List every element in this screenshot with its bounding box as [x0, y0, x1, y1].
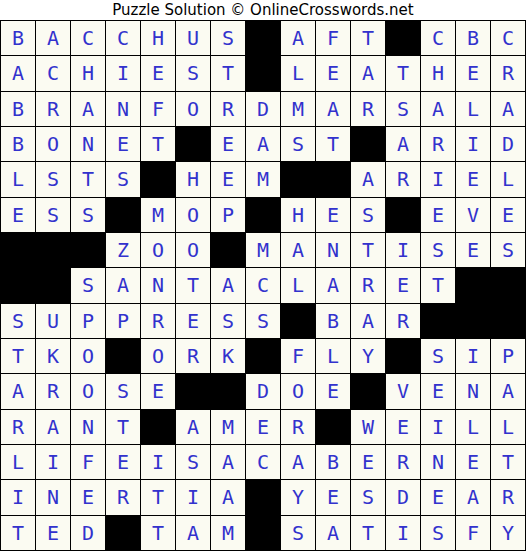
letter-cell-r2c2: C [36, 56, 70, 90]
block-cell-r9c9 [281, 304, 315, 338]
letter-cell-r1c6: U [176, 21, 210, 55]
letter-cell-r8c9: L [281, 268, 315, 302]
letter-cell-r6c6: O [176, 198, 210, 232]
letter-cell-r10c3: O [71, 339, 105, 373]
letter-cell-r2c14: E [456, 56, 490, 90]
letter-cell-r1c9: A [281, 21, 315, 55]
letter-cell-r11c8: D [246, 374, 280, 408]
block-cell-r7c1 [1, 233, 35, 267]
letter-cell-r12c3: N [71, 410, 105, 444]
letter-cell-r2c11: A [351, 56, 385, 90]
letter-cell-r14c14: A [456, 480, 490, 514]
letter-cell-r11c15: A [491, 374, 525, 408]
letter-cell-r6c14: V [456, 198, 490, 232]
letter-cell-r4c3: N [71, 127, 105, 161]
letter-cell-r12c7: M [211, 410, 245, 444]
letter-cell-r13c4: E [106, 445, 140, 479]
letter-cell-r12c6: A [176, 410, 210, 444]
letter-cell-r13c12: R [386, 445, 420, 479]
letter-cell-r2c13: H [421, 56, 455, 90]
letter-cell-r13c14: E [456, 445, 490, 479]
letter-cell-r14c12: D [386, 480, 420, 514]
letter-cell-r7c11: T [351, 233, 385, 267]
letter-cell-r10c11: Y [351, 339, 385, 373]
letter-cell-r9c10: B [316, 304, 350, 338]
letter-cell-r13c2: I [36, 445, 70, 479]
letter-cell-r14c11: S [351, 480, 385, 514]
letter-cell-r9c12: R [386, 304, 420, 338]
letter-cell-r7c14: E [456, 233, 490, 267]
letter-cell-r14c2: N [36, 480, 70, 514]
letter-cell-r3c9: M [281, 92, 315, 126]
puzzle-solution-page: Puzzle Solution © OnlineCrosswords.net B… [0, 0, 526, 551]
block-cell-r2c8 [246, 56, 280, 90]
letter-cell-r12c8: E [246, 410, 280, 444]
block-cell-r1c8 [246, 21, 280, 55]
letter-cell-r15c2: E [36, 516, 70, 550]
letter-cell-r9c6: E [176, 304, 210, 338]
letter-cell-r14c13: E [421, 480, 455, 514]
letter-cell-r7c15: S [491, 233, 525, 267]
letter-cell-r15c12: I [386, 516, 420, 550]
letter-cell-r4c10: T [316, 127, 350, 161]
letter-cell-r9c1: S [1, 304, 35, 338]
letter-cell-r1c10: F [316, 21, 350, 55]
letter-cell-r12c13: I [421, 410, 455, 444]
letter-cell-r10c6: R [176, 339, 210, 373]
letter-cell-r6c2: S [36, 198, 70, 232]
letter-cell-r3c2: R [36, 92, 70, 126]
letter-cell-r8c13: T [421, 268, 455, 302]
letter-cell-r12c2: A [36, 410, 70, 444]
letter-cell-r5c3: T [71, 162, 105, 196]
letter-cell-r2c7: T [211, 56, 245, 90]
block-cell-r15c4 [106, 516, 140, 550]
letter-cell-r4c5: T [141, 127, 175, 161]
letter-cell-r6c13: E [421, 198, 455, 232]
letter-cell-r15c3: D [71, 516, 105, 550]
letter-cell-r2c3: H [71, 56, 105, 90]
block-cell-r10c12 [386, 339, 420, 373]
letter-cell-r4c4: E [106, 127, 140, 161]
letter-cell-r14c6: I [176, 480, 210, 514]
letter-cell-r6c7: P [211, 198, 245, 232]
letter-cell-r7c13: S [421, 233, 455, 267]
letter-cell-r6c11: S [351, 198, 385, 232]
block-cell-r11c7 [211, 374, 245, 408]
letter-cell-r8c12: E [386, 268, 420, 302]
letter-cell-r13c3: F [71, 445, 105, 479]
letter-cell-r8c6: T [176, 268, 210, 302]
letter-cell-r9c5: R [141, 304, 175, 338]
letter-cell-r15c10: A [316, 516, 350, 550]
block-cell-r8c1 [1, 268, 35, 302]
block-cell-r5c10 [316, 162, 350, 196]
block-cell-r8c14 [456, 268, 490, 302]
letter-cell-r11c12: V [386, 374, 420, 408]
letter-cell-r14c15: R [491, 480, 525, 514]
letter-cell-r3c15: A [491, 92, 525, 126]
letter-cell-r14c10: E [316, 480, 350, 514]
letter-cell-r12c9: R [281, 410, 315, 444]
letter-cell-r7c12: I [386, 233, 420, 267]
block-cell-r9c15 [491, 304, 525, 338]
letter-cell-r7c5: O [141, 233, 175, 267]
letter-cell-r12c15: L [491, 410, 525, 444]
letter-cell-r5c6: H [176, 162, 210, 196]
letter-cell-r10c10: L [316, 339, 350, 373]
letter-cell-r12c12: E [386, 410, 420, 444]
letter-cell-r2c4: I [106, 56, 140, 90]
letter-cell-r10c5: O [141, 339, 175, 373]
block-cell-r10c8 [246, 339, 280, 373]
letter-cell-r1c11: T [351, 21, 385, 55]
letter-cell-r3c4: N [106, 92, 140, 126]
letter-cell-r1c2: A [36, 21, 70, 55]
letter-cell-r3c14: L [456, 92, 490, 126]
block-cell-r12c5 [141, 410, 175, 444]
letter-cell-r12c14: L [456, 410, 490, 444]
letter-cell-r3c1: B [1, 92, 35, 126]
letter-cell-r3c10: A [316, 92, 350, 126]
letter-cell-r8c10: A [316, 268, 350, 302]
letter-cell-r6c3: S [71, 198, 105, 232]
letter-cell-r11c14: N [456, 374, 490, 408]
letter-cell-r1c14: B [456, 21, 490, 55]
block-cell-r8c15 [491, 268, 525, 302]
letter-cell-r3c5: F [141, 92, 175, 126]
letter-cell-r9c11: A [351, 304, 385, 338]
letter-cell-r13c15: T [491, 445, 525, 479]
letter-cell-r11c4: S [106, 374, 140, 408]
page-title: Puzzle Solution © OnlineCrosswords.net [0, 0, 526, 20]
letter-cell-r13c6: S [176, 445, 210, 479]
letter-cell-r15c13: S [421, 516, 455, 550]
letter-cell-r4c9: S [281, 127, 315, 161]
letter-cell-r3c13: A [421, 92, 455, 126]
letter-cell-r6c10: E [316, 198, 350, 232]
letter-cell-r5c7: E [211, 162, 245, 196]
block-cell-r6c12 [386, 198, 420, 232]
block-cell-r11c6 [176, 374, 210, 408]
letter-cell-r5c12: R [386, 162, 420, 196]
letter-cell-r11c1: A [1, 374, 35, 408]
letter-cell-r11c3: O [71, 374, 105, 408]
block-cell-r9c13 [421, 304, 455, 338]
letter-cell-r15c6: A [176, 516, 210, 550]
letter-cell-r15c7: M [211, 516, 245, 550]
block-cell-r6c8 [246, 198, 280, 232]
letter-cell-r4c1: B [1, 127, 35, 161]
letter-cell-r1c7: S [211, 21, 245, 55]
letter-cell-r3c3: A [71, 92, 105, 126]
letter-cell-r5c4: S [106, 162, 140, 196]
block-cell-r14c8 [246, 480, 280, 514]
letter-cell-r4c8: A [246, 127, 280, 161]
letter-cell-r10c14: I [456, 339, 490, 373]
letter-cell-r10c15: P [491, 339, 525, 373]
letter-cell-r4c7: E [211, 127, 245, 161]
letter-cell-r4c14: I [456, 127, 490, 161]
letter-cell-r14c9: Y [281, 480, 315, 514]
letter-cell-r13c7: A [211, 445, 245, 479]
letter-cell-r15c5: T [141, 516, 175, 550]
letter-cell-r1c3: C [71, 21, 105, 55]
letter-cell-r10c2: K [36, 339, 70, 373]
letter-cell-r14c4: R [106, 480, 140, 514]
letter-cell-r2c15: R [491, 56, 525, 90]
block-cell-r12c10 [316, 410, 350, 444]
letter-cell-r11c13: E [421, 374, 455, 408]
letter-cell-r9c7: S [211, 304, 245, 338]
letter-cell-r9c2: U [36, 304, 70, 338]
letter-cell-r15c15: Y [491, 516, 525, 550]
crossword-grid: BACCHUSAFTCBCACHIESTLEATHERBRANFORDMARSA… [0, 20, 526, 551]
block-cell-r5c9 [281, 162, 315, 196]
block-cell-r7c3 [71, 233, 105, 267]
block-cell-r6c4 [106, 198, 140, 232]
letter-cell-r15c9: S [281, 516, 315, 550]
letter-cell-r3c7: R [211, 92, 245, 126]
letter-cell-r11c9: O [281, 374, 315, 408]
letter-cell-r2c12: T [386, 56, 420, 90]
letter-cell-r14c5: T [141, 480, 175, 514]
letter-cell-r6c1: E [1, 198, 35, 232]
block-cell-r4c6 [176, 127, 210, 161]
block-cell-r11c11 [351, 374, 385, 408]
letter-cell-r11c2: R [36, 374, 70, 408]
letter-cell-r5c13: I [421, 162, 455, 196]
letter-cell-r13c13: N [421, 445, 455, 479]
letter-cell-r2c10: E [316, 56, 350, 90]
block-cell-r7c2 [36, 233, 70, 267]
letter-cell-r3c6: O [176, 92, 210, 126]
letter-cell-r13c8: C [246, 445, 280, 479]
letter-cell-r14c7: A [211, 480, 245, 514]
block-cell-r5c5 [141, 162, 175, 196]
letter-cell-r1c5: H [141, 21, 175, 55]
letter-cell-r5c1: L [1, 162, 35, 196]
block-cell-r10c4 [106, 339, 140, 373]
letter-cell-r12c11: W [351, 410, 385, 444]
letter-cell-r15c11: T [351, 516, 385, 550]
letter-cell-r8c5: N [141, 268, 175, 302]
letter-cell-r3c11: R [351, 92, 385, 126]
letter-cell-r7c8: M [246, 233, 280, 267]
letter-cell-r13c1: L [1, 445, 35, 479]
letter-cell-r10c7: K [211, 339, 245, 373]
letter-cell-r15c1: T [1, 516, 35, 550]
letter-cell-r2c1: A [1, 56, 35, 90]
letter-cell-r15c14: F [456, 516, 490, 550]
letter-cell-r13c11: E [351, 445, 385, 479]
letter-cell-r2c9: L [281, 56, 315, 90]
letter-cell-r7c10: N [316, 233, 350, 267]
letter-cell-r2c6: S [176, 56, 210, 90]
block-cell-r15c8 [246, 516, 280, 550]
letter-cell-r8c7: A [211, 268, 245, 302]
block-cell-r9c14 [456, 304, 490, 338]
letter-cell-r12c1: R [1, 410, 35, 444]
letter-cell-r3c8: D [246, 92, 280, 126]
letter-cell-r6c15: E [491, 198, 525, 232]
block-cell-r7c7 [211, 233, 245, 267]
letter-cell-r13c10: B [316, 445, 350, 479]
letter-cell-r9c8: S [246, 304, 280, 338]
letter-cell-r8c3: S [71, 268, 105, 302]
letter-cell-r5c11: A [351, 162, 385, 196]
letter-cell-r12c4: T [106, 410, 140, 444]
letter-cell-r5c2: S [36, 162, 70, 196]
letter-cell-r3c12: S [386, 92, 420, 126]
letter-cell-r13c9: A [281, 445, 315, 479]
letter-cell-r11c5: E [141, 374, 175, 408]
letter-cell-r8c8: C [246, 268, 280, 302]
letter-cell-r10c1: T [1, 339, 35, 373]
letter-cell-r1c15: C [491, 21, 525, 55]
letter-cell-r5c15: L [491, 162, 525, 196]
block-cell-r4c11 [351, 127, 385, 161]
letter-cell-r6c5: M [141, 198, 175, 232]
letter-cell-r6c9: H [281, 198, 315, 232]
letter-cell-r1c1: B [1, 21, 35, 55]
letter-cell-r4c13: R [421, 127, 455, 161]
letter-cell-r1c4: C [106, 21, 140, 55]
letter-cell-r4c15: D [491, 127, 525, 161]
letter-cell-r10c13: S [421, 339, 455, 373]
letter-cell-r7c9: A [281, 233, 315, 267]
letter-cell-r2c5: E [141, 56, 175, 90]
letter-cell-r8c11: R [351, 268, 385, 302]
letter-cell-r10c9: F [281, 339, 315, 373]
letter-cell-r7c4: Z [106, 233, 140, 267]
letter-cell-r14c3: E [71, 480, 105, 514]
letter-cell-r5c8: M [246, 162, 280, 196]
letter-cell-r11c10: E [316, 374, 350, 408]
letter-cell-r8c4: A [106, 268, 140, 302]
letter-cell-r4c2: O [36, 127, 70, 161]
letter-cell-r1c13: C [421, 21, 455, 55]
letter-cell-r4c12: A [386, 127, 420, 161]
letter-cell-r9c4: P [106, 304, 140, 338]
letter-cell-r13c5: I [141, 445, 175, 479]
block-cell-r1c12 [386, 21, 420, 55]
letter-cell-r9c3: P [71, 304, 105, 338]
block-cell-r8c2 [36, 268, 70, 302]
letter-cell-r5c14: E [456, 162, 490, 196]
letter-cell-r14c1: I [1, 480, 35, 514]
letter-cell-r7c6: O [176, 233, 210, 267]
